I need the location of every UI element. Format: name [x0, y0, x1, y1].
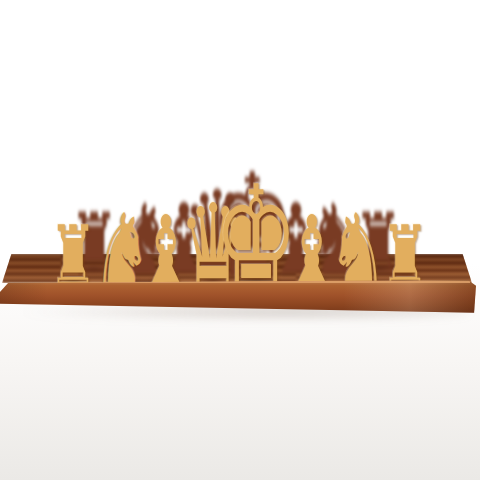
light-piece-row: ♜♞♝♛♚♝♞♜	[0, 0, 480, 480]
photo-background: ♜♞♝♛♚♝♞♜ ♜♞♝♛♚♝♞♜	[0, 0, 480, 480]
chess-board: ♜♞♝♛♚♝♞♜ ♜♞♝♛♚♝♞♜	[0, 0, 480, 480]
